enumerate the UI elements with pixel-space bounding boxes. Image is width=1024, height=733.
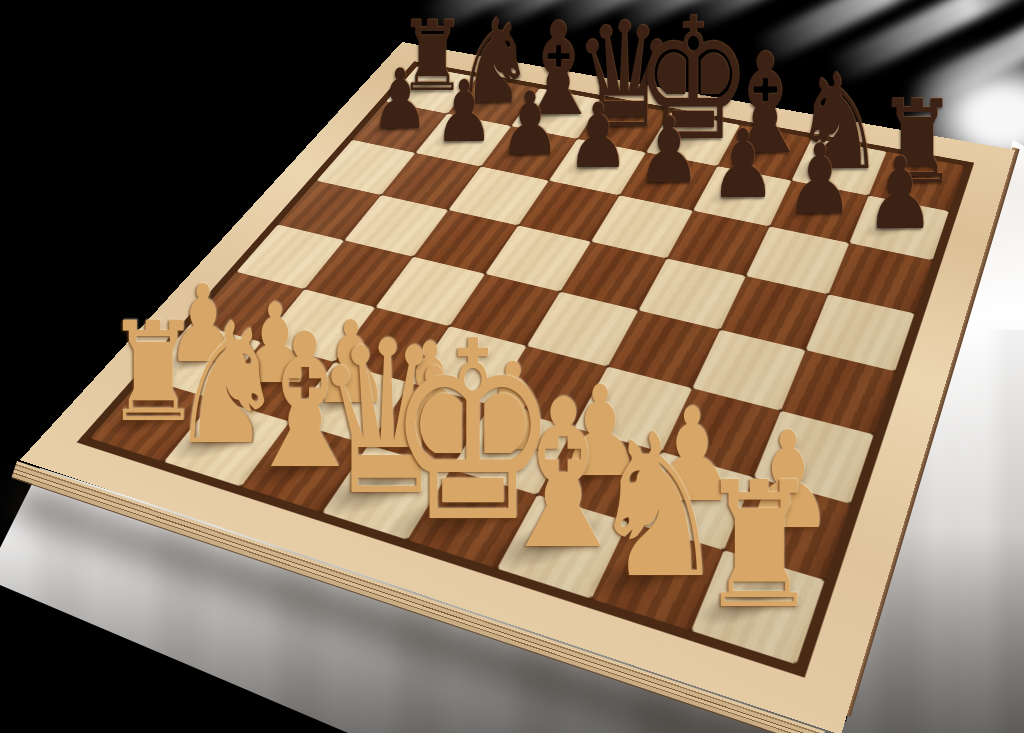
- piece-black-pawn-d7[interactable]: ♟: [567, 92, 630, 182]
- piece-black-pawn-b7[interactable]: ♟: [434, 69, 494, 154]
- piece-black-pawn-c7[interactable]: ♟: [499, 80, 560, 167]
- piece-black-pawn-e7[interactable]: ♟: [637, 104, 701, 196]
- piece-black-pawn-a7[interactable]: ♟: [371, 58, 429, 141]
- photo-frame: ♜♞♝♛♚♝♞♜♟♟♟♟♟♟♟♟♟♟♟♟♟♟♟♟♜♞♝♛♚♝♞♜ Standar…: [0, 0, 1024, 733]
- piece-white-rook-h1[interactable]: ♜: [698, 459, 820, 633]
- piece-black-pawn-h7[interactable]: ♟: [865, 144, 935, 244]
- piece-black-pawn-g7[interactable]: ♟: [786, 130, 854, 227]
- piece-black-pawn-f7[interactable]: ♟: [710, 117, 776, 211]
